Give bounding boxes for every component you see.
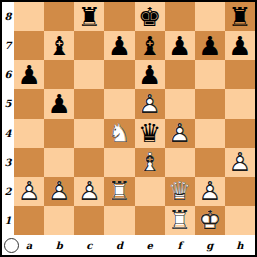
black-bishop-icon: ♝ xyxy=(135,31,165,60)
square-c2[interactable]: ♟♙ xyxy=(74,177,104,206)
square-b8[interactable] xyxy=(44,2,74,31)
white-pawn-icon: ♙ xyxy=(14,177,44,206)
square-d7[interactable]: ♟ xyxy=(104,31,134,60)
file-label-b: b xyxy=(44,235,74,255)
white-pawn-fill: ♟ xyxy=(195,177,225,206)
square-b1[interactable] xyxy=(44,206,74,235)
square-c8[interactable]: ♜ xyxy=(74,2,104,31)
square-h1[interactable] xyxy=(225,206,255,235)
chess-board: ♜♚♜♝♟♝♟♟♟♟♟♟♟♙♞♘♛♟♙♝♗♟♙♟♙♟♙♟♙♜♖♛♕♟♙♜♖♚♔ xyxy=(14,2,255,235)
black-pawn-icon: ♟ xyxy=(44,89,74,118)
rank-labels: 87654321 xyxy=(2,2,14,235)
white-rook-fill: ♜ xyxy=(104,177,134,206)
square-e5[interactable]: ♟♙ xyxy=(135,89,165,118)
white-pawn-icon: ♙ xyxy=(195,177,225,206)
file-label-h: h xyxy=(225,235,255,255)
square-e6[interactable]: ♟ xyxy=(135,60,165,89)
file-label-d: d xyxy=(104,235,134,255)
square-d4[interactable]: ♞♘ xyxy=(104,119,134,148)
square-a4[interactable] xyxy=(14,119,44,148)
white-pawn-icon: ♙ xyxy=(44,177,74,206)
square-b5[interactable]: ♟ xyxy=(44,89,74,118)
white-pawn-icon: ♙ xyxy=(165,119,195,148)
square-e2[interactable] xyxy=(135,177,165,206)
square-h4[interactable] xyxy=(225,119,255,148)
white-pawn-fill: ♟ xyxy=(74,177,104,206)
rank-label-3: 3 xyxy=(2,148,14,177)
square-d1[interactable] xyxy=(104,206,134,235)
white-king-fill: ♚ xyxy=(195,206,225,235)
white-rook-icon: ♖ xyxy=(165,206,195,235)
square-d2[interactable]: ♜♖ xyxy=(104,177,134,206)
square-c7[interactable] xyxy=(74,31,104,60)
square-c5[interactable] xyxy=(74,89,104,118)
square-e8[interactable]: ♚ xyxy=(135,2,165,31)
file-label-f: f xyxy=(165,235,195,255)
rank-label-1: 1 xyxy=(2,206,14,235)
square-a5[interactable] xyxy=(14,89,44,118)
square-b3[interactable] xyxy=(44,148,74,177)
square-f7[interactable]: ♟ xyxy=(165,31,195,60)
black-pawn-icon: ♟ xyxy=(104,31,134,60)
black-king-icon: ♚ xyxy=(135,2,165,31)
white-rook-icon: ♖ xyxy=(104,177,134,206)
white-to-move-indicator-icon xyxy=(4,238,19,253)
white-pawn-icon: ♙ xyxy=(135,89,165,118)
rank-label-2: 2 xyxy=(2,177,14,206)
square-h2[interactable] xyxy=(225,177,255,206)
square-f1[interactable]: ♜♖ xyxy=(165,206,195,235)
square-h7[interactable]: ♟ xyxy=(225,31,255,60)
square-d3[interactable] xyxy=(104,148,134,177)
square-e1[interactable] xyxy=(135,206,165,235)
white-queen-icon: ♕ xyxy=(165,177,195,206)
square-f8[interactable] xyxy=(165,2,195,31)
black-pawn-icon: ♟ xyxy=(195,31,225,60)
square-b7[interactable]: ♝ xyxy=(44,31,74,60)
file-label-c: c xyxy=(74,235,104,255)
square-g8[interactable] xyxy=(195,2,225,31)
file-label-g: g xyxy=(195,235,225,255)
file-labels: abcdefgh xyxy=(14,235,255,255)
square-h6[interactable] xyxy=(225,60,255,89)
white-knight-fill: ♞ xyxy=(104,119,134,148)
square-h3[interactable]: ♟♙ xyxy=(225,148,255,177)
square-e4[interactable]: ♛ xyxy=(135,119,165,148)
white-bishop-icon: ♗ xyxy=(135,148,165,177)
white-king-icon: ♔ xyxy=(195,206,225,235)
square-g5[interactable] xyxy=(195,89,225,118)
square-g4[interactable] xyxy=(195,119,225,148)
square-h5[interactable] xyxy=(225,89,255,118)
white-pawn-fill: ♟ xyxy=(165,119,195,148)
white-pawn-fill: ♟ xyxy=(44,177,74,206)
white-knight-icon: ♘ xyxy=(104,119,134,148)
square-g3[interactable] xyxy=(195,148,225,177)
white-pawn-fill: ♟ xyxy=(225,148,255,177)
white-bishop-fill: ♝ xyxy=(135,148,165,177)
square-h8[interactable]: ♜ xyxy=(225,2,255,31)
white-pawn-icon: ♙ xyxy=(225,148,255,177)
square-a3[interactable] xyxy=(14,148,44,177)
square-b6[interactable] xyxy=(44,60,74,89)
square-a8[interactable] xyxy=(14,2,44,31)
square-f2[interactable]: ♛♕ xyxy=(165,177,195,206)
black-bishop-icon: ♝ xyxy=(44,31,74,60)
square-c1[interactable] xyxy=(74,206,104,235)
square-g1[interactable]: ♚♔ xyxy=(195,206,225,235)
square-f4[interactable]: ♟♙ xyxy=(165,119,195,148)
black-pawn-icon: ♟ xyxy=(135,60,165,89)
file-label-e: e xyxy=(135,235,165,255)
black-pawn-icon: ♟ xyxy=(14,60,44,89)
rank-label-6: 6 xyxy=(2,60,14,89)
rank-label-7: 7 xyxy=(2,31,14,60)
white-rook-fill: ♜ xyxy=(165,206,195,235)
square-g7[interactable]: ♟ xyxy=(195,31,225,60)
square-a7[interactable] xyxy=(14,31,44,60)
rank-label-8: 8 xyxy=(2,2,14,31)
square-e3[interactable]: ♝♗ xyxy=(135,148,165,177)
square-d6[interactable] xyxy=(104,60,134,89)
black-rook-icon: ♜ xyxy=(225,2,255,31)
white-pawn-icon: ♙ xyxy=(74,177,104,206)
square-f5[interactable] xyxy=(165,89,195,118)
square-d8[interactable] xyxy=(104,2,134,31)
white-pawn-fill: ♟ xyxy=(135,89,165,118)
square-f6[interactable] xyxy=(165,60,195,89)
chess-diagram: 87654321 ♜♚♜♝♟♝♟♟♟♟♟♟♟♙♞♘♛♟♙♝♗♟♙♟♙♟♙♟♙♜♖… xyxy=(0,0,257,257)
square-g6[interactable] xyxy=(195,60,225,89)
black-pawn-icon: ♟ xyxy=(165,31,195,60)
square-a2[interactable]: ♟♙ xyxy=(14,177,44,206)
square-f3[interactable] xyxy=(165,148,195,177)
square-a6[interactable]: ♟ xyxy=(14,60,44,89)
square-c3[interactable] xyxy=(74,148,104,177)
black-pawn-icon: ♟ xyxy=(225,31,255,60)
square-d5[interactable] xyxy=(104,89,134,118)
white-queen-fill: ♛ xyxy=(165,177,195,206)
rank-label-4: 4 xyxy=(2,119,14,148)
square-a1[interactable] xyxy=(14,206,44,235)
black-rook-icon: ♜ xyxy=(74,2,104,31)
black-queen-icon: ♛ xyxy=(135,119,165,148)
square-b2[interactable]: ♟♙ xyxy=(44,177,74,206)
square-c6[interactable] xyxy=(74,60,104,89)
square-g2[interactable]: ♟♙ xyxy=(195,177,225,206)
square-e7[interactable]: ♝ xyxy=(135,31,165,60)
rank-label-5: 5 xyxy=(2,89,14,118)
square-c4[interactable] xyxy=(74,119,104,148)
white-pawn-fill: ♟ xyxy=(14,177,44,206)
square-b4[interactable] xyxy=(44,119,74,148)
